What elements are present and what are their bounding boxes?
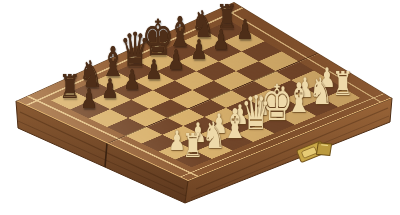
chess-set-photo: ♜♞♟♟♝♟♚♟♛♟♝♟♟♞♜♟♟♜♞♟♟♝♟♚♟♛♟♝♟♞♟♜ bbox=[0, 0, 400, 215]
